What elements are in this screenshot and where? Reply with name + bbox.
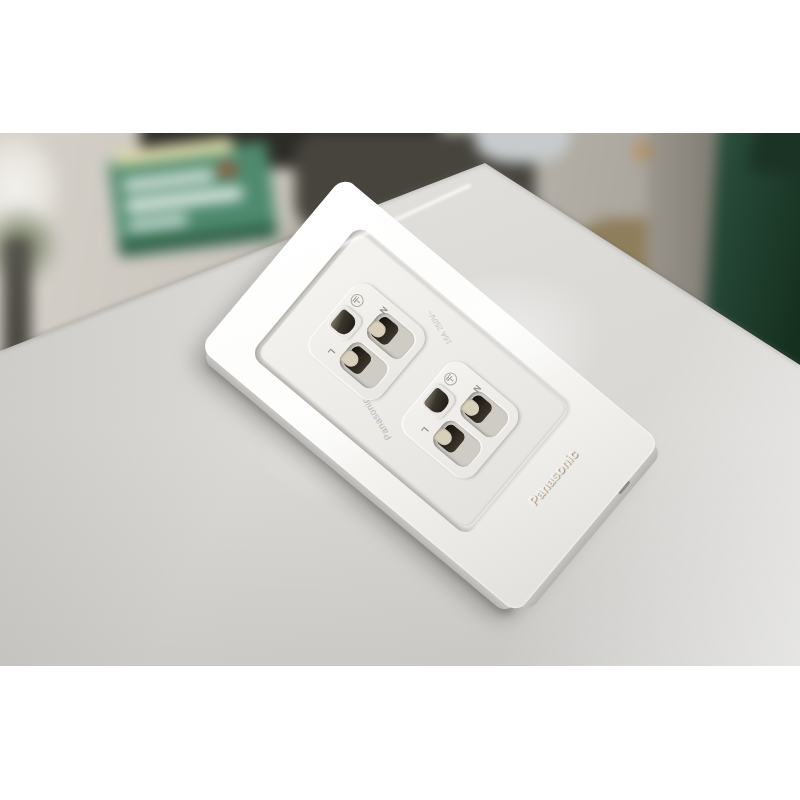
ground-icon <box>348 291 366 309</box>
green-product-box <box>108 141 279 258</box>
ground-hole <box>329 308 358 338</box>
socket-outlet-2: L N <box>395 355 525 485</box>
ground-icon <box>441 370 459 388</box>
red-object <box>218 163 236 176</box>
box-text-blur <box>122 169 215 191</box>
photo-canvas: Panasonic 16A 250V~ <box>0 0 800 800</box>
ground-hole <box>423 387 452 417</box>
box-text-blur <box>125 186 244 213</box>
ground-hole-ring <box>324 303 365 344</box>
photo-area: Panasonic 16A 250V~ <box>0 133 800 666</box>
live-label: L <box>326 347 337 358</box>
ground-hole-ring <box>417 381 458 422</box>
socket-outlet-1: L N <box>302 277 432 407</box>
box-text-blur <box>127 215 188 231</box>
live-label: L <box>420 425 431 436</box>
